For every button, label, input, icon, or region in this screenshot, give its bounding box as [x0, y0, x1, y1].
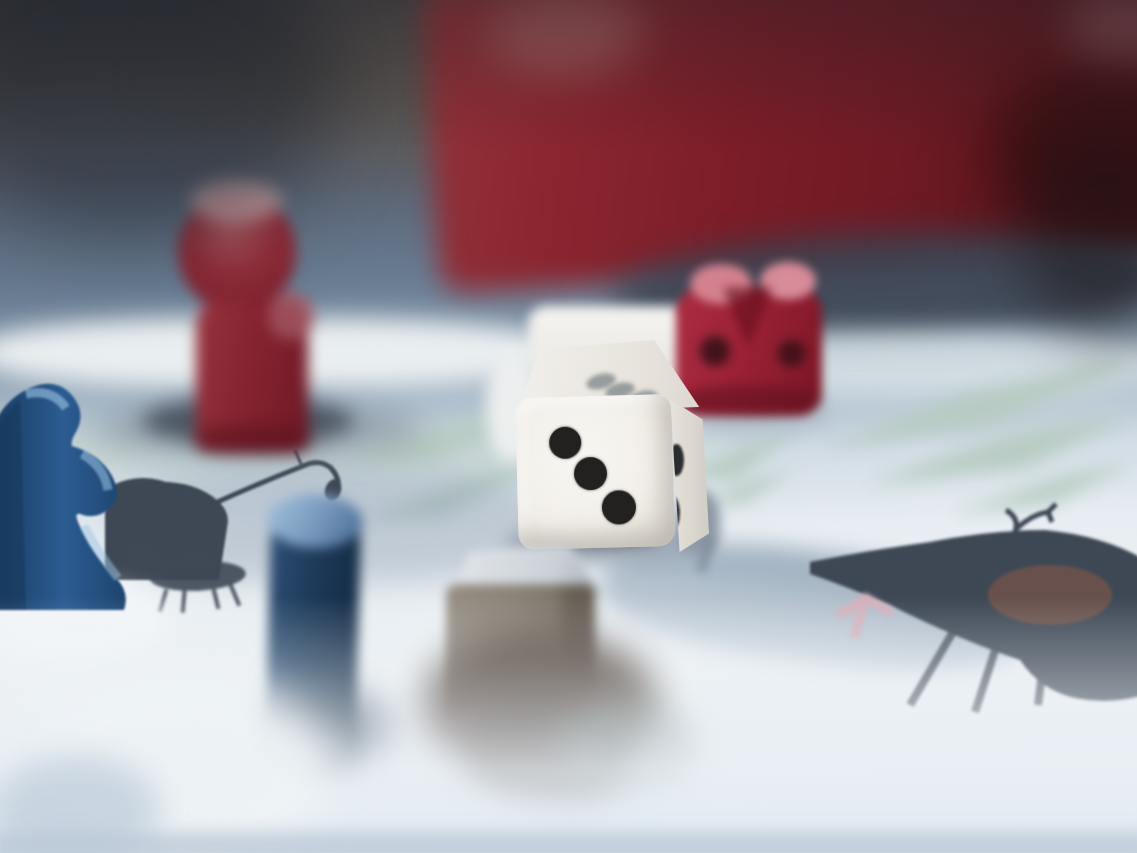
bottom-edge-tint [0, 832, 1137, 853]
board-game-photo-scene [0, 0, 1137, 853]
